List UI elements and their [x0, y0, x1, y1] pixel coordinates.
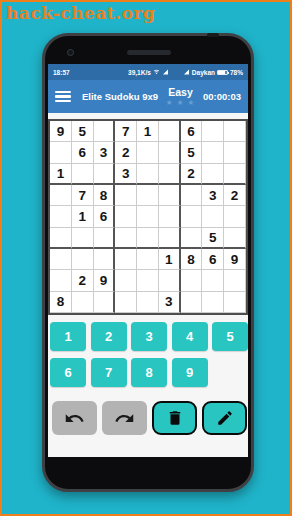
difficulty-block: Easy ★ ★ ★	[166, 87, 195, 106]
numpad-button-3[interactable]: 3	[131, 322, 167, 351]
numpad-button-2[interactable]: 2	[91, 322, 127, 351]
sudoku-cell-r1c3[interactable]	[94, 121, 116, 142]
trash-icon	[166, 409, 184, 427]
sudoku-cell-r7c4[interactable]	[115, 249, 137, 270]
sudoku-cell-r2c8[interactable]	[202, 142, 224, 163]
pencil-button[interactable]	[202, 401, 247, 435]
sudoku-cell-r4c7[interactable]	[181, 185, 203, 206]
sudoku-cell-r2c6[interactable]	[159, 142, 181, 163]
numpad-button-5[interactable]: 5	[212, 322, 248, 351]
signal-icon	[183, 69, 190, 75]
sudoku-grid: 957166325132783216518692983	[48, 119, 248, 315]
sudoku-cell-r6c4[interactable]	[115, 228, 137, 249]
sudoku-cell-r7c3[interactable]	[94, 249, 116, 270]
numpad-button-9[interactable]: 9	[172, 358, 208, 387]
sudoku-cell-r1c7[interactable]: 6	[181, 121, 203, 142]
sudoku-cell-r8c5[interactable]	[137, 270, 159, 291]
sudoku-cell-r1c5[interactable]: 1	[137, 121, 159, 142]
signal-icon	[162, 69, 169, 75]
sudoku-cell-r1c6[interactable]	[159, 121, 181, 142]
sudoku-cell-r9c9[interactable]	[224, 292, 246, 313]
control-row	[52, 401, 248, 435]
sudoku-cell-r3c9[interactable]	[224, 164, 246, 185]
sudoku-cell-r9c4[interactable]	[115, 292, 137, 313]
sudoku-cell-r8c3[interactable]: 9	[94, 270, 116, 291]
sudoku-cell-r5c3[interactable]: 6	[94, 206, 116, 227]
hamburger-menu-icon[interactable]	[55, 91, 71, 103]
difficulty-label: Easy	[166, 87, 195, 98]
sudoku-cell-r1c1[interactable]: 9	[50, 121, 72, 142]
sudoku-cell-r7c9[interactable]: 9	[224, 249, 246, 270]
sudoku-cell-r4c2[interactable]: 7	[72, 185, 94, 206]
sudoku-cell-r5c2[interactable]: 1	[72, 206, 94, 227]
sudoku-cell-r9c6[interactable]: 3	[159, 292, 181, 313]
undo-icon	[64, 408, 85, 429]
sudoku-cell-r9c1[interactable]: 8	[50, 292, 72, 313]
sudoku-cell-r6c2[interactable]	[72, 228, 94, 249]
sudoku-cell-r5c9[interactable]	[224, 206, 246, 227]
sudoku-cell-r1c9[interactable]	[224, 121, 246, 142]
sudoku-cell-r7c5[interactable]	[137, 249, 159, 270]
sudoku-cell-r4c3[interactable]: 8	[94, 185, 116, 206]
sudoku-cell-r4c1[interactable]	[50, 185, 72, 206]
sudoku-cell-r8c9[interactable]	[224, 270, 246, 291]
sudoku-cell-r5c4[interactable]	[115, 206, 137, 227]
sudoku-cell-r3c7[interactable]: 2	[181, 164, 203, 185]
difficulty-stars: ★ ★ ★	[166, 99, 195, 107]
sudoku-cell-r6c8[interactable]: 5	[202, 228, 224, 249]
sudoku-cell-r2c9[interactable]	[224, 142, 246, 163]
sudoku-cell-r5c7[interactable]	[181, 206, 203, 227]
numpad-button-6[interactable]: 6	[50, 358, 86, 387]
sudoku-cell-r9c7[interactable]	[181, 292, 203, 313]
sudoku-cell-r4c9[interactable]: 2	[224, 185, 246, 206]
sudoku-cell-r1c4[interactable]: 7	[115, 121, 137, 142]
sudoku-cell-r3c8[interactable]	[202, 164, 224, 185]
numpad-button-7[interactable]: 7	[91, 358, 127, 387]
screen: 18:57 39,1K/s Daykan 78%	[48, 64, 248, 457]
sudoku-cell-r5c5[interactable]	[137, 206, 159, 227]
sudoku-cell-r9c5[interactable]	[137, 292, 159, 313]
sudoku-cell-r8c7[interactable]	[181, 270, 203, 291]
sudoku-cell-r4c8[interactable]: 3	[202, 185, 224, 206]
sudoku-cell-r8c8[interactable]	[202, 270, 224, 291]
numpad-row-1: 12345	[50, 322, 248, 351]
sudoku-cell-r6c7[interactable]	[181, 228, 203, 249]
front-camera	[67, 49, 74, 56]
sudoku-cell-r7c1[interactable]	[50, 249, 72, 270]
erase-button[interactable]	[152, 401, 197, 435]
sudoku-cell-r8c1[interactable]	[50, 270, 72, 291]
sudoku-cell-r1c8[interactable]	[202, 121, 224, 142]
page: hack-cheat.org 18:57 39,1K/s	[0, 0, 292, 516]
sudoku-cell-r3c2[interactable]	[72, 164, 94, 185]
sudoku-cell-r8c4[interactable]	[115, 270, 137, 291]
sudoku-cell-r7c6[interactable]: 1	[159, 249, 181, 270]
sudoku-cell-r2c2[interactable]: 6	[72, 142, 94, 163]
sudoku-cell-r3c1[interactable]: 1	[50, 164, 72, 185]
sudoku-cell-r7c7[interactable]: 8	[181, 249, 203, 270]
sudoku-cell-r5c1[interactable]	[50, 206, 72, 227]
sudoku-cell-r5c6[interactable]	[159, 206, 181, 227]
sudoku-cell-r7c2[interactable]	[72, 249, 94, 270]
undo-button[interactable]	[52, 401, 97, 435]
sudoku-cell-r1c2[interactable]: 5	[72, 121, 94, 142]
wifi-icon	[153, 69, 160, 75]
sudoku-cell-r9c3[interactable]	[94, 292, 116, 313]
battery-percent: 78%	[230, 69, 243, 76]
sudoku-cell-r2c3[interactable]: 3	[94, 142, 116, 163]
game-timer: 00:00:03	[203, 91, 241, 102]
earpiece-speaker	[127, 50, 171, 55]
sudoku-cell-r3c6[interactable]	[159, 164, 181, 185]
phone-frame: 18:57 39,1K/s Daykan 78%	[42, 33, 254, 492]
sudoku-cell-r2c4[interactable]: 2	[115, 142, 137, 163]
redo-button[interactable]	[102, 401, 147, 435]
sudoku-cell-r7c8[interactable]: 6	[202, 249, 224, 270]
net-speed: 39,1K/s	[128, 69, 151, 76]
numpad-button-1[interactable]: 1	[50, 322, 86, 351]
numpad-button-4[interactable]: 4	[172, 322, 208, 351]
battery-icon	[217, 70, 228, 75]
sudoku-cell-r3c3[interactable]	[94, 164, 116, 185]
redo-icon	[114, 408, 135, 429]
sudoku-cell-r3c4[interactable]: 3	[115, 164, 137, 185]
sudoku-cell-r5c8[interactable]	[202, 206, 224, 227]
sudoku-cell-r6c5[interactable]	[137, 228, 159, 249]
carrier-name: Daykan	[192, 69, 215, 76]
sudoku-cell-r2c7[interactable]: 5	[181, 142, 203, 163]
sudoku-cell-r6c3[interactable]	[94, 228, 116, 249]
power-button	[207, 33, 219, 37]
pencil-icon	[216, 409, 234, 427]
app-bar: Elite Sudoku 9x9 Easy ★ ★ ★ 00:00:03	[48, 80, 248, 113]
status-bar: 18:57 39,1K/s Daykan 78%	[48, 64, 248, 80]
sudoku-cell-r6c9[interactable]	[224, 228, 246, 249]
numpad-row-2: 6789	[50, 358, 248, 387]
watermark-banner: hack-cheat.org	[6, 3, 155, 23]
sudoku-cell-r4c6[interactable]	[159, 185, 181, 206]
sudoku-cell-r8c2[interactable]: 2	[72, 270, 94, 291]
sudoku-cell-r8c6[interactable]	[159, 270, 181, 291]
clock: 18:57	[53, 69, 70, 76]
number-pad: 123456789	[50, 322, 248, 387]
sudoku-cell-r4c5[interactable]	[137, 185, 159, 206]
app-title: Elite Sudoku 9x9	[82, 91, 158, 102]
sudoku-cell-r6c6[interactable]	[159, 228, 181, 249]
numpad-button-8[interactable]: 8	[131, 358, 167, 387]
sudoku-cell-r3c5[interactable]	[137, 164, 159, 185]
sudoku-cell-r2c5[interactable]	[137, 142, 159, 163]
sudoku-cell-r6c1[interactable]	[50, 228, 72, 249]
sudoku-cell-r4c4[interactable]	[115, 185, 137, 206]
sudoku-cell-r2c1[interactable]	[50, 142, 72, 163]
sudoku-cell-r9c8[interactable]	[202, 292, 224, 313]
sudoku-cell-r9c2[interactable]	[72, 292, 94, 313]
